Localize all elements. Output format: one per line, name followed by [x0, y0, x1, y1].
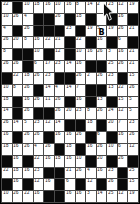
- cell-number: 14: [3, 108, 9, 112]
- grid-cell[interactable]: 23: [44, 73, 54, 84]
- grid-cell[interactable]: 26: [128, 132, 138, 143]
- cell-number: 6: [97, 132, 100, 136]
- grid-cell[interactable]: 16: [55, 132, 65, 143]
- cell-number: 26: [3, 61, 9, 65]
- grid-cell[interactable]: 12: [86, 179, 96, 190]
- grid-cell[interactable]: 19: [107, 26, 117, 37]
- cell-number: 16: [87, 49, 93, 53]
- cell-number: 26: [129, 85, 135, 89]
- grid-cell[interactable]: 10: [76, 156, 86, 167]
- grid-cell[interactable]: 16: [34, 191, 44, 202]
- grid-cell[interactable]: 4: [23, 14, 33, 25]
- blocked-cell: [23, 49, 33, 60]
- grid-cell[interactable]: 26: [97, 73, 107, 84]
- cell-number: 10: [3, 14, 9, 18]
- grid-cell[interactable]: 16: [65, 132, 75, 143]
- grid-cell[interactable]: 5: [23, 120, 33, 131]
- cell-number: 23: [108, 168, 114, 172]
- blocked-cell: [76, 120, 86, 131]
- grid-cell[interactable]: 26: [13, 61, 23, 72]
- grid-cell[interactable]: 6: [118, 144, 128, 155]
- grid-cell[interactable]: 18: [65, 144, 75, 155]
- blocked-cell: [107, 37, 117, 48]
- cell-number: 26: [97, 49, 103, 53]
- cell-number: 22: [13, 73, 19, 77]
- cell-number: 12: [87, 179, 93, 183]
- cell-number: 24: [108, 108, 114, 112]
- cell-number: 23: [129, 120, 135, 124]
- cell-number: 15: [129, 179, 135, 183]
- cell-number: 14: [55, 120, 61, 124]
- cell-number: 23: [108, 2, 114, 6]
- grid-cell[interactable]: 22: [13, 73, 23, 84]
- grid-cell[interactable]: 25: [107, 191, 117, 202]
- cell-number: 21: [129, 61, 135, 65]
- cell-number: 7: [118, 120, 121, 124]
- grid-cell[interactable]: 22: [44, 37, 54, 48]
- grid-cell[interactable]: 26: [23, 108, 33, 119]
- cell-number: 22: [76, 37, 82, 41]
- cell-number: 18: [34, 2, 40, 6]
- grid-cell[interactable]: 2: [97, 2, 107, 13]
- grid-cell[interactable]: 26: [13, 14, 23, 25]
- blocked-cell: [65, 14, 75, 25]
- cell-number: 8: [3, 49, 6, 53]
- grid-cell[interactable]: 3: [107, 49, 117, 60]
- cell-number: 16: [55, 132, 61, 136]
- cell-number: 15: [129, 73, 135, 77]
- grid-cell[interactable]: 10: [76, 49, 86, 60]
- cell-number: 21: [55, 37, 61, 41]
- grid-cell[interactable]: 12: [118, 108, 128, 119]
- grid-cell[interactable]: 15: [118, 97, 128, 108]
- cell-number: 26: [3, 120, 9, 124]
- blocked-cell: [23, 61, 33, 72]
- cell-number: 13: [97, 97, 103, 101]
- grid-cell[interactable]: 14: [65, 61, 75, 72]
- grid-cell[interactable]: 26: [34, 73, 44, 84]
- grid-cell[interactable]: 2: [86, 73, 96, 84]
- cell-number: 21: [129, 49, 135, 53]
- grid-cell[interactable]: 16: [65, 156, 75, 167]
- grid-cell[interactable]: 10: [55, 2, 65, 13]
- grid-cell[interactable]: 18: [34, 2, 44, 13]
- grid-cell[interactable]: 16: [44, 179, 54, 190]
- grid-cell[interactable]: 19: [128, 191, 138, 202]
- cell-number: 26: [34, 97, 40, 101]
- cell-number: 14: [66, 61, 72, 65]
- cell-number: 10: [3, 191, 9, 195]
- cell-number: 8: [87, 108, 90, 112]
- grid-cell[interactable]: 26: [55, 14, 65, 25]
- cell-number: 25: [108, 61, 114, 65]
- cell-number: 10: [3, 85, 9, 89]
- cell-number: 26: [34, 132, 40, 136]
- grid-cell[interactable]: 3: [86, 191, 96, 202]
- cell-number: 23: [34, 120, 40, 124]
- grid-cell[interactable]: 16: [118, 14, 128, 25]
- grid-cell[interactable]: 8: [86, 108, 96, 119]
- grid-cell[interactable]: 25: [128, 168, 138, 179]
- blocked-cell: [65, 73, 75, 84]
- cell-number: 20: [13, 37, 19, 41]
- blocked-cell: [44, 26, 54, 37]
- grid-cell[interactable]: 5B: [97, 26, 107, 37]
- blocked-cell: [23, 156, 33, 167]
- cell-number: 3: [87, 191, 90, 195]
- grid-cell[interactable]: 14: [13, 120, 23, 131]
- grid-cell[interactable]: 26: [76, 73, 86, 84]
- grid-cell[interactable]: 24: [107, 108, 117, 119]
- grid-cell[interactable]: 26: [97, 108, 107, 119]
- grid-cell[interactable]: 20: [65, 108, 75, 119]
- cell-number: 12: [118, 191, 124, 195]
- grid-cell[interactable]: 26: [55, 97, 65, 108]
- blocked-cell: [107, 14, 117, 25]
- grid-cell[interactable]: 18: [23, 73, 33, 84]
- grid-cell[interactable]: 8: [13, 85, 23, 96]
- grid-cell[interactable]: 13: [107, 85, 117, 96]
- grid-cell[interactable]: 26: [97, 144, 107, 155]
- blocked-cell: [23, 179, 33, 190]
- blocked-cell: [2, 73, 12, 84]
- cell-number: 26: [13, 191, 19, 195]
- grid-cell[interactable]: 16: [76, 61, 86, 72]
- blocked-cell: [118, 73, 128, 84]
- cell-number: 26: [24, 108, 30, 112]
- grid-cell[interactable]: 16: [86, 144, 96, 155]
- cell-number: 5: [129, 108, 132, 112]
- grid-cell[interactable]: 23: [65, 26, 75, 37]
- cell-number: 16: [13, 179, 19, 183]
- cell-number: 16: [87, 144, 93, 148]
- grid-cell[interactable]: 16: [86, 49, 96, 60]
- grid-cell[interactable]: 5: [128, 97, 138, 108]
- grid-cell[interactable]: 26: [2, 61, 12, 72]
- cell-number: 26: [13, 61, 19, 65]
- grid-cell[interactable]: 18: [13, 168, 23, 179]
- cell-number: 16: [118, 132, 124, 136]
- cell-number: 8: [13, 85, 16, 89]
- cell-number: 10: [24, 2, 30, 6]
- grid-cell[interactable]: 15: [128, 179, 138, 190]
- cell-number: 10: [108, 144, 114, 148]
- cell-number: 16: [66, 191, 72, 195]
- grid-cell[interactable]: 18: [2, 144, 12, 155]
- blocked-cell: [44, 14, 54, 25]
- grid-cell[interactable]: 16: [13, 144, 23, 155]
- grid-cell[interactable]: 21: [55, 37, 65, 48]
- grid-cell[interactable]: 4: [34, 144, 44, 155]
- cell-number: 19: [129, 191, 135, 195]
- grid-cell[interactable]: 14: [86, 2, 96, 13]
- grid-cell[interactable]: 12: [118, 2, 128, 13]
- blocked-cell: [65, 37, 75, 48]
- grid-cell[interactable]: 26: [23, 85, 33, 96]
- grid-cell[interactable]: 19: [128, 2, 138, 13]
- grid-cell[interactable]: 7: [118, 120, 128, 131]
- cell-number: 26: [55, 97, 61, 101]
- grid-cell[interactable]: 6: [118, 37, 128, 48]
- grid-cell[interactable]: 26: [23, 26, 33, 37]
- blocked-cell: [44, 49, 54, 60]
- grid-cell[interactable]: 23: [34, 120, 44, 131]
- cell-number: 19: [108, 26, 114, 30]
- blocked-cell: [55, 179, 65, 190]
- grid-cell[interactable]: 16: [118, 132, 128, 143]
- grid-cell[interactable]: 26: [44, 144, 54, 155]
- cell-number: 25: [129, 168, 135, 172]
- cell-number: 11: [45, 97, 51, 101]
- grid-cell[interactable]: 10: [2, 14, 12, 25]
- grid-cell[interactable]: 16: [65, 2, 75, 13]
- grid-cell[interactable]: 16: [13, 179, 23, 190]
- cell-number: 26: [55, 14, 61, 18]
- cell-number: 16: [34, 191, 40, 195]
- grid-cell[interactable]: 18: [76, 14, 86, 25]
- grid-cell[interactable]: 26: [118, 156, 128, 167]
- grid-cell[interactable]: 8: [76, 2, 86, 13]
- cell-number: 12: [45, 120, 51, 124]
- grid-cell[interactable]: 15: [128, 73, 138, 84]
- cell-number: 16: [13, 144, 19, 148]
- cell-number: 18: [55, 156, 61, 160]
- blocked-cell: [55, 144, 65, 155]
- grid-cell[interactable]: 16: [2, 132, 12, 143]
- grid-cell[interactable]: 12: [34, 179, 44, 190]
- grid-cell[interactable]: 26: [23, 132, 33, 143]
- cell-number: 16: [118, 49, 124, 53]
- grid-cell[interactable]: 4: [55, 85, 65, 96]
- grid-cell[interactable]: 10: [34, 49, 44, 60]
- grid-cell[interactable]: 16: [97, 168, 107, 179]
- blocked-cell: [86, 85, 96, 96]
- grid-cell[interactable]: 7: [76, 85, 86, 96]
- blocked-cell: [65, 49, 75, 60]
- grid-cell[interactable]: 16: [44, 156, 54, 167]
- blocked-cell: [118, 168, 128, 179]
- grid-cell[interactable]: 21: [128, 26, 138, 37]
- grid-cell[interactable]: 4: [2, 26, 12, 37]
- grid-cell[interactable]: 16: [65, 191, 75, 202]
- grid-cell[interactable]: 23: [76, 108, 86, 119]
- grid-cell[interactable]: 4: [86, 168, 96, 179]
- grid-cell[interactable]: 16: [76, 97, 86, 108]
- cell-number: 7: [76, 85, 79, 89]
- cell-number: 26: [3, 37, 9, 41]
- grid-cell[interactable]: 16: [118, 49, 128, 60]
- grid-cell[interactable]: 10: [2, 85, 12, 96]
- blocked-cell: [97, 120, 107, 131]
- blocked-cell: [34, 85, 44, 96]
- cell-number: 16: [97, 37, 103, 41]
- grid-cell[interactable]: 10: [23, 2, 33, 13]
- cell-number: 6: [34, 61, 37, 65]
- grid-cell[interactable]: 26: [76, 132, 86, 143]
- grid-cell[interactable]: 23: [128, 120, 138, 131]
- grid-cell[interactable]: 8: [2, 49, 12, 60]
- grid-cell[interactable]: 26: [118, 26, 128, 37]
- cell-number: 23: [34, 168, 40, 172]
- blocked-cell: [34, 108, 44, 119]
- grid-cell[interactable]: 5: [128, 108, 138, 119]
- grid-cell[interactable]: 13: [97, 97, 107, 108]
- grid-cell[interactable]: 26: [107, 179, 117, 190]
- grid-cell[interactable]: 22: [118, 85, 128, 96]
- blocked-cell: [107, 156, 117, 167]
- grid-cell[interactable]: 20: [13, 37, 23, 48]
- grid-cell[interactable]: 8: [23, 37, 33, 48]
- grid-cell[interactable]: [97, 14, 107, 25]
- grid-cell[interactable]: 16: [23, 97, 33, 108]
- grid-cell[interactable]: 10: [2, 191, 12, 202]
- cell-number: 17: [45, 61, 51, 65]
- cell-number: 26: [13, 14, 19, 18]
- blocked-cell: [55, 73, 65, 84]
- cell-number: 16: [97, 168, 103, 172]
- grid-cell[interactable]: 14: [55, 120, 65, 131]
- grid-cell[interactable]: 16: [34, 37, 44, 48]
- cell-number: 22: [118, 85, 124, 89]
- cell-number: 16: [3, 132, 9, 136]
- grid-cell[interactable]: 22: [2, 2, 12, 13]
- cell-number: 10: [34, 49, 40, 53]
- grid-cell[interactable]: 26: [34, 97, 44, 108]
- grid-cell[interactable]: 26: [128, 85, 138, 96]
- cell-number: 6: [118, 144, 121, 148]
- cell-number: 15: [118, 97, 124, 101]
- grid-cell[interactable]: 21: [65, 168, 75, 179]
- cell-number: 16: [118, 14, 124, 18]
- grid-cell[interactable]: 16: [76, 191, 86, 202]
- cell-number: 23: [76, 108, 82, 112]
- blocked-cell: [76, 144, 86, 155]
- grid-cell[interactable]: 26: [76, 168, 86, 179]
- grid-cell[interactable]: 26: [97, 49, 107, 60]
- grid-cell[interactable]: 26: [2, 37, 12, 48]
- grid-cell[interactable]: 26: [23, 144, 33, 155]
- grid-cell[interactable]: 12: [55, 49, 65, 60]
- grid-cell[interactable]: 16: [13, 156, 23, 167]
- blocked-cell: [34, 14, 44, 25]
- grid-cell[interactable]: 6: [97, 132, 107, 143]
- grid-cell[interactable]: 10: [107, 144, 117, 155]
- blocked-cell: [34, 26, 44, 37]
- cell-number: 12: [118, 2, 124, 6]
- grid-cell[interactable]: 19: [86, 26, 96, 37]
- cell-number: 26: [24, 85, 30, 89]
- cell-number: 26: [129, 132, 135, 136]
- grid-cell[interactable]: 14: [44, 85, 54, 96]
- grid-cell[interactable]: 6: [34, 61, 44, 72]
- cell-number: 26: [24, 144, 30, 148]
- cell-number: 26: [97, 144, 103, 148]
- grid-cell[interactable]: 23: [34, 168, 44, 179]
- cell-number: 16: [34, 37, 40, 41]
- cell-number: 20: [97, 156, 103, 160]
- cell-number: 25: [108, 191, 114, 195]
- cell-number: 18: [87, 120, 93, 124]
- grid-cell[interactable]: 18: [86, 120, 96, 131]
- grid-cell[interactable]: 26: [55, 108, 65, 119]
- blocked-cell: [55, 168, 65, 179]
- blocked-cell: [86, 61, 96, 72]
- cell-number: 13: [108, 85, 114, 89]
- cell-number: 10: [55, 2, 61, 6]
- grid-cell[interactable]: 22: [2, 168, 12, 179]
- grid-cell[interactable]: 22: [23, 191, 33, 202]
- grid-cell[interactable]: 20: [107, 120, 117, 131]
- cell-number: 26: [108, 179, 114, 183]
- grid-cell[interactable]: 18: [2, 97, 12, 108]
- blocked-cell: [86, 132, 96, 143]
- blocked-cell: [86, 156, 96, 167]
- grid-cell[interactable]: 12: [128, 144, 138, 155]
- cell-number: 8: [76, 2, 79, 6]
- grid-cell[interactable]: 26: [34, 132, 44, 143]
- grid-cell[interactable]: 22: [34, 156, 44, 167]
- grid-cell[interactable]: 14: [65, 85, 75, 96]
- grid-cell[interactable]: 16: [97, 37, 107, 48]
- grid-cell[interactable]: 25: [107, 61, 117, 72]
- grid-cell[interactable]: 20: [97, 156, 107, 167]
- grid-cell[interactable]: 12: [118, 191, 128, 202]
- cell-number: 26: [34, 73, 40, 77]
- grid-cell[interactable]: 23: [107, 168, 117, 179]
- grid-cell[interactable]: 14: [97, 191, 107, 202]
- grid-cell[interactable]: 18: [55, 156, 65, 167]
- grid-cell[interactable]: 23: [107, 73, 117, 84]
- grid-cell[interactable]: 11: [44, 97, 54, 108]
- grid-cell[interactable]: 23: [55, 61, 65, 72]
- cell-number: 16: [66, 2, 72, 6]
- grid-cell[interactable]: 17: [44, 61, 54, 72]
- cell-number: 4: [55, 85, 58, 89]
- blocked-cell: [13, 2, 23, 13]
- cell-number: 4: [24, 14, 27, 18]
- blocked-cell: [107, 97, 117, 108]
- grid-cell[interactable]: 12: [44, 120, 54, 131]
- cell-number: 16: [66, 156, 72, 160]
- grid-cell[interactable]: 22: [76, 37, 86, 48]
- blocked-cell: [44, 168, 54, 179]
- blocked-cell: [76, 26, 86, 37]
- grid-cell[interactable]: 6: [65, 179, 75, 190]
- cell-number: 26: [76, 168, 82, 172]
- grid-cell[interactable]: 26: [13, 191, 23, 202]
- cell-number: 14: [45, 85, 51, 89]
- cell-number: 26: [97, 73, 103, 77]
- grid-cell[interactable]: 23: [107, 2, 117, 13]
- blocked-cell: [76, 179, 86, 190]
- cell-number: 16: [45, 2, 51, 6]
- grid-cell[interactable]: 16: [44, 2, 54, 13]
- cell-number: 26: [24, 26, 30, 30]
- codeword-grid: 2210181610168142231219102642618164262319…: [0, 0, 140, 204]
- blocked-cell: [86, 97, 96, 108]
- cell-number: 16: [45, 179, 51, 183]
- grid-cell[interactable]: 16: [23, 168, 33, 179]
- grid-cell[interactable]: 26: [2, 120, 12, 131]
- grid-cell[interactable]: 14: [2, 108, 12, 119]
- cell-number: 18: [24, 73, 30, 77]
- cell-number: 23: [55, 61, 61, 65]
- grid-cell[interactable]: 26: [118, 61, 128, 72]
- grid-cell[interactable]: 21: [128, 61, 138, 72]
- grid-cell[interactable]: 21: [128, 49, 138, 60]
- cell-number: 16: [45, 156, 51, 160]
- cell-number: 22: [24, 191, 30, 195]
